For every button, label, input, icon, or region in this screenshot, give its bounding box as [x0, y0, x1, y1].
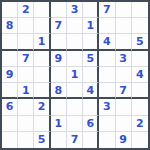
- given-digit: 5: [38, 134, 46, 145]
- cell-r6c7[interactable]: [99, 83, 115, 99]
- cell-r4c3[interactable]: [34, 51, 50, 67]
- cell-r2c3[interactable]: [34, 18, 50, 34]
- cell-r4c5[interactable]: [67, 51, 83, 67]
- cell-r8c8[interactable]: [116, 116, 132, 132]
- given-digit: 9: [54, 53, 62, 64]
- cell-r5c2[interactable]: [18, 67, 34, 83]
- cell-r3c1[interactable]: [2, 34, 18, 50]
- cell-r3c8[interactable]: [116, 34, 132, 50]
- cell-r6c3[interactable]: [34, 83, 50, 99]
- cell-r2c4[interactable]: 7: [51, 18, 67, 34]
- cell-r5c5[interactable]: 1: [67, 67, 83, 83]
- cell-r2c8[interactable]: [116, 18, 132, 34]
- cell-r3c4[interactable]: [51, 34, 67, 50]
- given-digit: 1: [71, 69, 79, 80]
- given-digit: 3: [71, 4, 79, 15]
- given-digit: 7: [22, 53, 30, 64]
- cell-r5c1[interactable]: 9: [2, 67, 18, 83]
- cell-r5c7[interactable]: [99, 67, 115, 83]
- given-digit: 1: [22, 85, 30, 96]
- cell-r6c2[interactable]: 1: [18, 83, 34, 99]
- given-digit: 6: [86, 118, 94, 129]
- given-digit: 3: [119, 53, 127, 64]
- given-digit: 1: [38, 36, 46, 47]
- cell-r7c9[interactable]: [132, 99, 148, 115]
- cell-r4c6[interactable]: 5: [83, 51, 99, 67]
- given-digit: 9: [6, 69, 14, 80]
- cell-r4c2[interactable]: 7: [18, 51, 34, 67]
- cell-r2c6[interactable]: 1: [83, 18, 99, 34]
- cell-r3c3[interactable]: 1: [34, 34, 50, 50]
- given-digit: 7: [119, 85, 127, 96]
- given-digit: 8: [6, 20, 14, 31]
- cell-r8c3[interactable]: [34, 116, 50, 132]
- cell-r4c8[interactable]: 3: [116, 51, 132, 67]
- cell-r8c5[interactable]: [67, 116, 83, 132]
- cell-r7c8[interactable]: [116, 99, 132, 115]
- cell-r7c6[interactable]: [83, 99, 99, 115]
- cell-r4c4[interactable]: 9: [51, 51, 67, 67]
- cell-r3c9[interactable]: 5: [132, 34, 148, 50]
- cell-r9c8[interactable]: 9: [116, 132, 132, 148]
- cell-r6c8[interactable]: 7: [116, 83, 132, 99]
- given-digit: 1: [86, 20, 94, 31]
- cell-r7c3[interactable]: 2: [34, 99, 50, 115]
- given-digit: 7: [54, 20, 62, 31]
- given-digit: 1: [54, 118, 62, 129]
- given-digit: 4: [136, 69, 144, 80]
- cell-r1c9[interactable]: [132, 2, 148, 18]
- given-digit: 9: [119, 134, 127, 145]
- cell-r5c8[interactable]: [116, 67, 132, 83]
- cell-r9c6[interactable]: [83, 132, 99, 148]
- given-digit: 7: [103, 4, 111, 15]
- given-digit: 4: [86, 85, 94, 96]
- cell-r8c1[interactable]: [2, 116, 18, 132]
- cell-r6c6[interactable]: 4: [83, 83, 99, 99]
- cell-r6c1[interactable]: [2, 83, 18, 99]
- given-digit: 2: [38, 101, 46, 112]
- cell-r7c2[interactable]: [18, 99, 34, 115]
- cell-r4c7[interactable]: [99, 51, 115, 67]
- cell-r8c2[interactable]: [18, 116, 34, 132]
- cell-r9c9[interactable]: [132, 132, 148, 148]
- cell-r9c5[interactable]: 7: [67, 132, 83, 148]
- cell-r3c5[interactable]: [67, 34, 83, 50]
- cell-r6c4[interactable]: 8: [51, 83, 67, 99]
- cell-r1c2[interactable]: 2: [18, 2, 34, 18]
- cell-r5c4[interactable]: [51, 67, 67, 83]
- cell-r2c1[interactable]: 8: [2, 18, 18, 34]
- cell-r9c1[interactable]: [2, 132, 18, 148]
- cell-r8c7[interactable]: [99, 116, 115, 132]
- given-digit: 2: [136, 118, 144, 129]
- cell-r5c9[interactable]: 4: [132, 67, 148, 83]
- cell-r6c5[interactable]: [67, 83, 83, 99]
- cell-r9c4[interactable]: [51, 132, 67, 148]
- cell-r1c1[interactable]: [2, 2, 18, 18]
- cell-r3c7[interactable]: 4: [99, 34, 115, 50]
- cell-r1c4[interactable]: [51, 2, 67, 18]
- given-digit: 3: [103, 101, 111, 112]
- cell-r5c3[interactable]: [34, 67, 50, 83]
- cell-r2c9[interactable]: [132, 18, 148, 34]
- cell-r1c6[interactable]: [83, 2, 99, 18]
- cell-r1c7[interactable]: 7: [99, 2, 115, 18]
- cell-r2c2[interactable]: [18, 18, 34, 34]
- cell-r5c6[interactable]: [83, 67, 99, 83]
- cell-r3c2[interactable]: [18, 34, 34, 50]
- cell-r9c3[interactable]: 5: [34, 132, 50, 148]
- cell-r8c4[interactable]: 1: [51, 116, 67, 132]
- cell-r8c9[interactable]: 2: [132, 116, 148, 132]
- cell-r4c9[interactable]: [132, 51, 148, 67]
- cell-r7c4[interactable]: [51, 99, 67, 115]
- cell-r9c7[interactable]: [99, 132, 115, 148]
- cell-r7c7[interactable]: 3: [99, 99, 115, 115]
- cell-r2c5[interactable]: [67, 18, 83, 34]
- sudoku-board: 23787114579539141847623162579: [0, 0, 150, 150]
- cell-r3c6[interactable]: [83, 34, 99, 50]
- given-digit: 5: [86, 53, 94, 64]
- given-digit: 4: [103, 36, 111, 47]
- cell-r8c6[interactable]: 6: [83, 116, 99, 132]
- cell-r7c5[interactable]: [67, 99, 83, 115]
- cell-r1c5[interactable]: 3: [67, 2, 83, 18]
- cell-r1c3[interactable]: [34, 2, 50, 18]
- cell-r4c1[interactable]: [2, 51, 18, 67]
- cell-r1c8[interactable]: [116, 2, 132, 18]
- cell-r2c7[interactable]: [99, 18, 115, 34]
- given-digit: 2: [22, 4, 30, 15]
- given-digit: 6: [6, 101, 14, 112]
- cell-r9c2[interactable]: [18, 132, 34, 148]
- given-digit: 5: [136, 36, 144, 47]
- given-digit: 7: [71, 134, 79, 145]
- given-digit: 8: [54, 85, 62, 96]
- cell-r7c1[interactable]: 6: [2, 99, 18, 115]
- cell-r6c9[interactable]: [132, 83, 148, 99]
